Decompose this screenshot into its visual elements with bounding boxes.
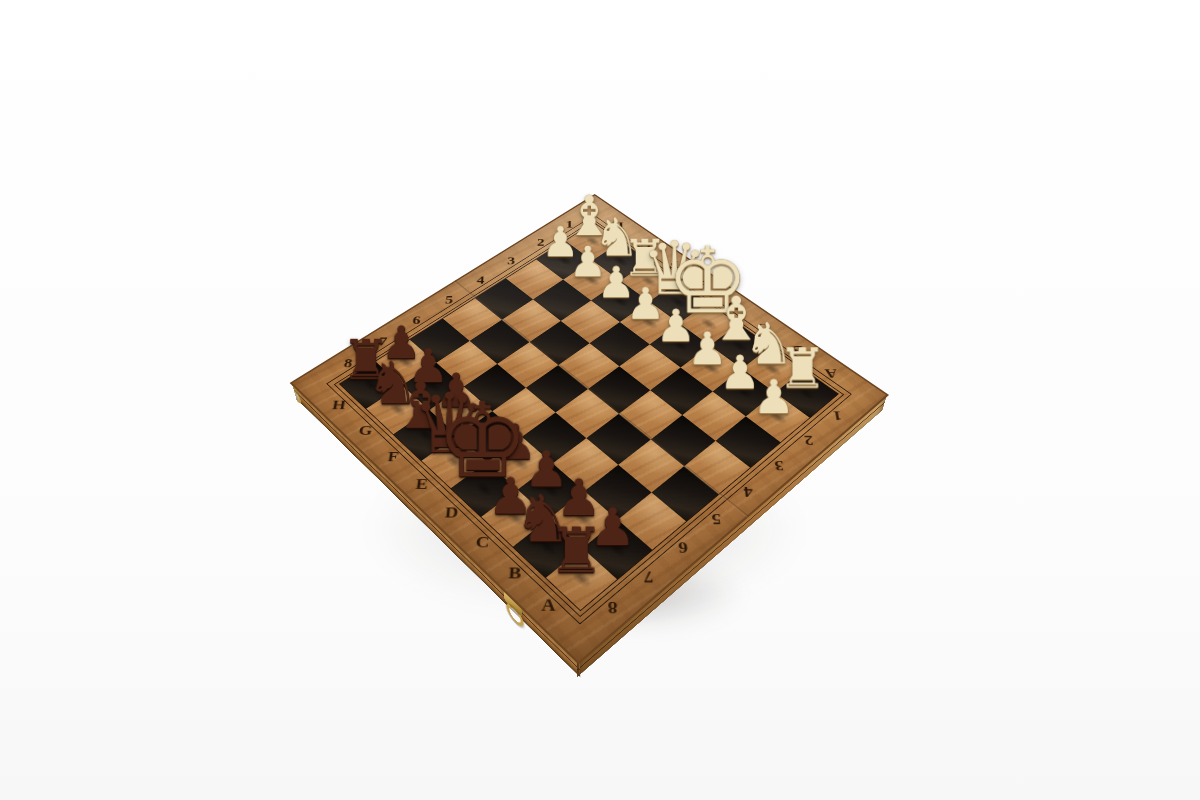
file-label-near-G: G	[357, 423, 373, 439]
product-photo-stage: 11HH22GG33FF44EE55DD66CC77BB88AA♝♞♟♜♟♛♟♚…	[0, 0, 1200, 800]
rank-label-left-5: 5	[444, 294, 453, 307]
file-label-near-D: D	[444, 504, 459, 522]
rank-label-right-2: 2	[803, 432, 814, 448]
rank-label-right-7: 7	[643, 567, 653, 587]
rank-label-left-4: 4	[476, 274, 485, 287]
black-rook-glyph: ♜	[531, 520, 623, 583]
chess-board: 11HH22GG33FF44EE55DD66CC77BB88AA♝♞♟♜♟♛♟♚…	[292, 196, 886, 662]
scene: 11HH22GG33FF44EE55DD66CC77BB88AA♝♞♟♜♟♛♟♚…	[0, 0, 1200, 800]
file-label-near-H: H	[331, 398, 347, 414]
rank-label-right-8: 8	[608, 597, 618, 618]
rank-label-right-4: 4	[743, 483, 754, 501]
rank-label-right-6: 6	[678, 538, 689, 557]
file-label-near-E: E	[415, 476, 429, 493]
rank-label-left-3: 3	[507, 255, 515, 267]
file-label-near-A: A	[541, 595, 556, 616]
rank-label-right-5: 5	[711, 510, 722, 528]
rank-label-right-3: 3	[773, 457, 784, 474]
file-label-near-C: C	[475, 533, 490, 552]
file-label-near-B: B	[508, 564, 522, 584]
folding-chess-box: 11HH22GG33FF44EE55DD66CC77BB88AA♝♞♟♜♟♛♟♚…	[292, 196, 886, 662]
file-label-near-F: F	[386, 449, 399, 466]
white-pawn-glyph: ♟	[733, 373, 815, 420]
rank-label-right-1: 1	[832, 408, 844, 424]
